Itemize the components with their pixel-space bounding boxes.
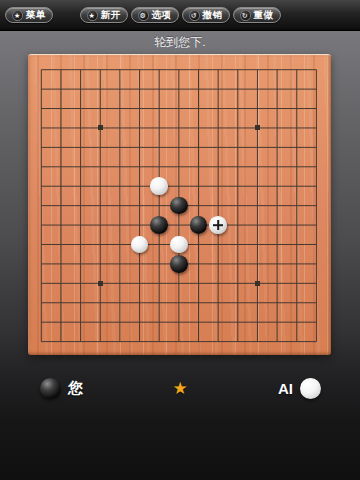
new-game-button[interactable]: ★ 新开 bbox=[80, 7, 128, 23]
gomoku-board[interactable] bbox=[28, 54, 331, 355]
gear-icon: ⚙ bbox=[138, 10, 149, 21]
redo-button[interactable]: ↻ 重做 bbox=[233, 7, 281, 23]
gomoku-app-screen: ★ 菜单 ★ 新开 ⚙ 选项 ↺ 撤销 ↻ 重做 轮到您下. bbox=[0, 0, 360, 480]
player-ai-indicator: AI bbox=[278, 378, 321, 399]
new-game-button-label: 新开 bbox=[101, 9, 121, 22]
toolbar-center-group: ★ 新开 ⚙ 选项 ↺ 撤销 ↻ 重做 bbox=[0, 7, 360, 23]
turn-star-icon: ★ bbox=[172, 379, 187, 399]
player-you-indicator: 您 bbox=[40, 378, 83, 399]
star-point bbox=[255, 125, 260, 130]
undo-button[interactable]: ↺ 撤销 bbox=[182, 7, 230, 23]
undo-button-label: 撤销 bbox=[203, 9, 223, 22]
stone-black bbox=[190, 216, 208, 234]
black-stone-icon bbox=[40, 378, 61, 399]
toolbar: ★ 菜单 ★ 新开 ⚙ 选项 ↺ 撤销 ↻ 重做 bbox=[0, 0, 360, 31]
options-button[interactable]: ⚙ 选项 bbox=[131, 7, 179, 23]
stone-white bbox=[131, 236, 149, 254]
stone-white bbox=[170, 236, 188, 254]
stone-black bbox=[150, 216, 168, 234]
white-stone-icon bbox=[300, 378, 321, 399]
stone-black bbox=[170, 197, 188, 215]
undo-icon: ↺ bbox=[189, 10, 200, 21]
stone-white bbox=[150, 177, 168, 195]
redo-button-label: 重做 bbox=[254, 9, 274, 22]
stone-white-last-move bbox=[209, 216, 227, 234]
stone-black bbox=[170, 255, 188, 273]
player-ai-label: AI bbox=[278, 380, 293, 397]
redo-icon: ↻ bbox=[240, 10, 251, 21]
star-point bbox=[98, 125, 103, 130]
turn-status-message: 轮到您下. bbox=[0, 31, 360, 53]
star-point bbox=[255, 281, 260, 286]
board-intersections[interactable] bbox=[31, 60, 326, 351]
star-point bbox=[98, 281, 103, 286]
options-button-label: 选项 bbox=[152, 9, 172, 22]
player-you-label: 您 bbox=[68, 379, 83, 398]
last-move-marker bbox=[217, 220, 219, 230]
new-game-icon: ★ bbox=[87, 10, 98, 21]
